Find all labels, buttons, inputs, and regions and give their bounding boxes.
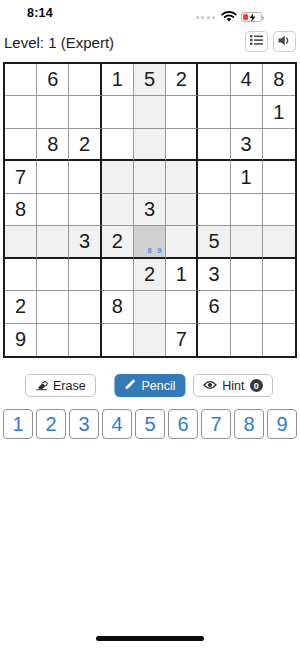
cell-r1c9[interactable]: 8 xyxy=(263,64,295,96)
cell-r2c8[interactable] xyxy=(231,96,263,128)
cell-r4c5[interactable] xyxy=(134,161,166,193)
cell-r1c3[interactable] xyxy=(69,64,101,96)
pencil-marks: 89 xyxy=(135,227,164,255)
cell-r8c9[interactable] xyxy=(263,291,295,323)
cell-r2c6[interactable] xyxy=(166,96,198,128)
cell-r6c2[interactable] xyxy=(37,226,69,258)
cell-r3c7[interactable] xyxy=(198,129,230,161)
cell-r5c7[interactable] xyxy=(198,194,230,226)
numpad-button-3[interactable]: 3 xyxy=(69,409,99,439)
cell-r3c9[interactable] xyxy=(263,129,295,161)
cell-r8c1[interactable]: 2 xyxy=(5,291,37,323)
erase-button[interactable]: Erase xyxy=(25,374,96,397)
status-icons xyxy=(196,8,263,26)
cell-r3c6[interactable] xyxy=(166,129,198,161)
cell-r7c9[interactable] xyxy=(263,259,295,291)
cell-r1c5[interactable]: 5 xyxy=(134,64,166,96)
pencil-icon xyxy=(124,378,136,393)
cell-r3c5[interactable] xyxy=(134,129,166,161)
cell-r2c1[interactable] xyxy=(5,96,37,128)
cell-r8c2[interactable] xyxy=(37,291,69,323)
cell-r7c2[interactable] xyxy=(37,259,69,291)
status-bar: 8:14 xyxy=(0,0,300,26)
clock: 8:14 xyxy=(27,6,53,20)
cell-r9c4[interactable] xyxy=(102,324,134,356)
cell-r9c6[interactable]: 7 xyxy=(166,324,198,356)
cell-r7c5[interactable]: 2 xyxy=(134,259,166,291)
home-indicator[interactable] xyxy=(96,636,204,641)
numpad-button-1[interactable]: 1 xyxy=(3,409,33,439)
cell-r8c8[interactable] xyxy=(231,291,263,323)
cell-r2c7[interactable] xyxy=(198,96,230,128)
pencil-label: Pencil xyxy=(141,379,175,393)
cell-r4c4[interactable] xyxy=(102,161,134,193)
cell-r6c6[interactable] xyxy=(166,226,198,258)
cell-r6c5[interactable]: 89 xyxy=(134,226,166,258)
cell-r9c5[interactable] xyxy=(134,324,166,356)
cell-r5c5[interactable]: 3 xyxy=(134,194,166,226)
cell-r5c6[interactable] xyxy=(166,194,198,226)
cell-r1c1[interactable] xyxy=(5,64,37,96)
number-pad: 123456789 xyxy=(3,409,297,439)
hint-button[interactable]: Hint 0 xyxy=(193,374,273,397)
cell-r4c9[interactable] xyxy=(263,161,295,193)
cell-r1c2[interactable]: 6 xyxy=(37,64,69,96)
cell-r1c8[interactable]: 4 xyxy=(231,64,263,96)
cell-r6c1[interactable] xyxy=(5,226,37,258)
cell-r9c8[interactable] xyxy=(231,324,263,356)
cell-r4c2[interactable] xyxy=(37,161,69,193)
cell-r7c6[interactable]: 1 xyxy=(166,259,198,291)
cell-r3c1[interactable] xyxy=(5,129,37,161)
cell-r1c6[interactable]: 2 xyxy=(166,64,198,96)
hint-label: Hint xyxy=(222,379,244,393)
eraser-icon xyxy=(35,378,48,394)
cell-r3c2[interactable]: 8 xyxy=(37,129,69,161)
cell-r6c7[interactable]: 5 xyxy=(198,226,230,258)
numpad-button-8[interactable]: 8 xyxy=(234,409,264,439)
hint-count-badge: 0 xyxy=(250,379,264,393)
cell-r3c3[interactable]: 2 xyxy=(69,129,101,161)
cell-r5c8[interactable] xyxy=(231,194,263,226)
cell-r2c3[interactable] xyxy=(69,96,101,128)
cell-r6c8[interactable] xyxy=(231,226,263,258)
cell-r4c7[interactable] xyxy=(198,161,230,193)
battery-charging-icon xyxy=(241,12,262,23)
cell-r5c1[interactable]: 8 xyxy=(5,194,37,226)
list-icon xyxy=(250,34,263,49)
cell-r1c7[interactable] xyxy=(198,64,230,96)
menu-list-button[interactable] xyxy=(245,31,268,52)
numpad-button-6[interactable]: 6 xyxy=(168,409,198,439)
speaker-icon xyxy=(278,34,291,49)
cell-r2c5[interactable] xyxy=(134,96,166,128)
cell-r2c2[interactable] xyxy=(37,96,69,128)
cell-r4c6[interactable] xyxy=(166,161,198,193)
numpad-button-7[interactable]: 7 xyxy=(201,409,231,439)
numpad-button-5[interactable]: 5 xyxy=(135,409,165,439)
toolbar: Erase Pencil Hint 0 xyxy=(0,374,300,397)
level-title: Level: 1 (Expert) xyxy=(4,34,114,51)
cellular-dots-icon xyxy=(196,16,216,19)
cell-r7c7[interactable]: 3 xyxy=(198,259,230,291)
cell-r7c3[interactable] xyxy=(69,259,101,291)
sound-button[interactable] xyxy=(273,31,296,52)
cell-r7c4[interactable] xyxy=(102,259,134,291)
numpad-button-2[interactable]: 2 xyxy=(36,409,66,439)
cell-r3c8[interactable]: 3 xyxy=(231,129,263,161)
pencil-button[interactable]: Pencil xyxy=(114,374,185,397)
cell-r5c4[interactable] xyxy=(102,194,134,226)
cell-r9c9[interactable] xyxy=(263,324,295,356)
cell-r3c4[interactable] xyxy=(102,129,134,161)
erase-label: Erase xyxy=(53,379,86,393)
numpad-button-4[interactable]: 4 xyxy=(102,409,132,439)
cell-r5c3[interactable] xyxy=(69,194,101,226)
cell-r8c4[interactable]: 8 xyxy=(102,291,134,323)
cell-r9c2[interactable] xyxy=(37,324,69,356)
cell-r5c2[interactable] xyxy=(37,194,69,226)
cell-r6c4[interactable]: 2 xyxy=(102,226,134,258)
cell-r2c4[interactable] xyxy=(102,96,134,128)
cell-r8c6[interactable] xyxy=(166,291,198,323)
cell-r5c9[interactable] xyxy=(263,194,295,226)
cell-r4c1[interactable]: 7 xyxy=(5,161,37,193)
sudoku-board: 615248182371833289521328697 xyxy=(3,62,297,358)
sudoku-app: 8:14 Level: 1 (Expert) xyxy=(0,0,300,649)
cell-r7c8[interactable] xyxy=(231,259,263,291)
cell-r6c9[interactable] xyxy=(263,226,295,258)
cell-r7c1[interactable] xyxy=(5,259,37,291)
wifi-icon xyxy=(221,8,237,26)
cell-r1c4[interactable]: 1 xyxy=(102,64,134,96)
header-buttons xyxy=(245,31,296,52)
cell-r6c3[interactable]: 3 xyxy=(69,226,101,258)
numpad-button-9[interactable]: 9 xyxy=(267,409,297,439)
cell-r9c3[interactable] xyxy=(69,324,101,356)
cell-r8c3[interactable] xyxy=(69,291,101,323)
eye-icon xyxy=(203,379,217,393)
cell-r8c7[interactable]: 6 xyxy=(198,291,230,323)
cell-r8c5[interactable] xyxy=(134,291,166,323)
cell-r4c8[interactable]: 1 xyxy=(231,161,263,193)
cell-r2c9[interactable]: 1 xyxy=(263,96,295,128)
header: Level: 1 (Expert) xyxy=(4,31,296,55)
cell-r4c3[interactable] xyxy=(69,161,101,193)
cell-r9c1[interactable]: 9 xyxy=(5,324,37,356)
cell-r9c7[interactable] xyxy=(198,324,230,356)
